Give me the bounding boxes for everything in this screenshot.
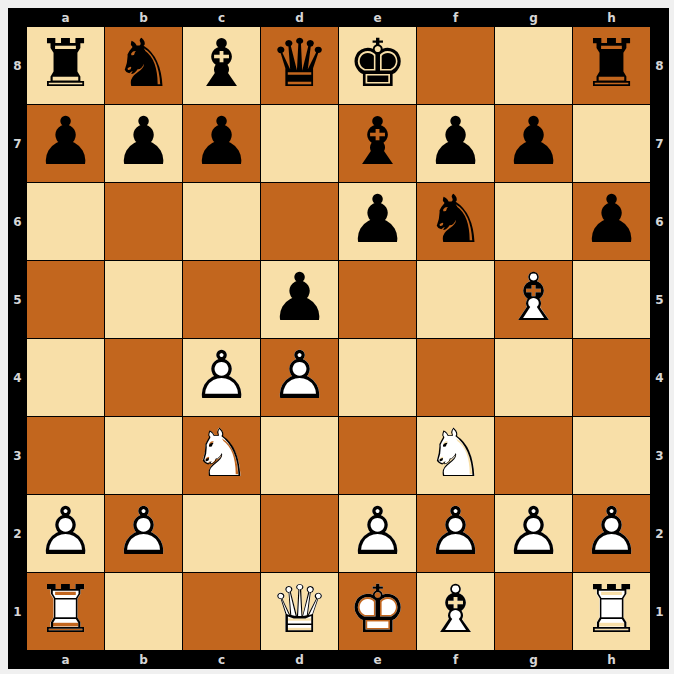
piece-white-rook[interactable]: ♜♖ — [36, 577, 95, 643]
file-label-f: f — [417, 650, 494, 669]
piece-white-pawn[interactable]: ♟♙ — [504, 499, 563, 565]
square-c8[interactable]: ♝ — [183, 27, 260, 104]
file-label-e: e — [339, 650, 416, 669]
rank-label-6: 6 — [650, 183, 669, 260]
square-e1[interactable]: ♚♔ — [339, 573, 416, 650]
piece-fill-glyph: ♝ — [348, 109, 407, 175]
piece-fill-glyph: ♟ — [114, 109, 173, 175]
piece-fill-glyph: ♟ — [426, 109, 485, 175]
piece-black-bishop[interactable]: ♝ — [348, 109, 407, 175]
piece-white-knight[interactable]: ♞♘ — [192, 421, 251, 487]
piece-black-pawn[interactable]: ♟ — [36, 109, 95, 175]
square-e8[interactable]: ♚ — [339, 27, 416, 104]
square-d8[interactable]: ♛ — [261, 27, 338, 104]
square-c3[interactable]: ♞♘ — [183, 417, 260, 494]
piece-white-pawn[interactable]: ♟♙ — [582, 499, 641, 565]
square-c6[interactable] — [183, 183, 260, 260]
square-e4[interactable] — [339, 339, 416, 416]
piece-outline-glyph: ♙ — [114, 499, 173, 565]
piece-black-knight[interactable]: ♞ — [114, 31, 173, 97]
square-g6[interactable] — [495, 183, 572, 260]
square-g1[interactable] — [495, 573, 572, 650]
piece-fill-glyph: ♟ — [348, 187, 407, 253]
rank-label-5: 5 — [650, 261, 669, 338]
frame-corner-bottom-left — [8, 650, 27, 669]
piece-outline-glyph: ♙ — [504, 499, 563, 565]
piece-fill-glyph: ♜ — [36, 31, 95, 97]
rank-label-4: 4 — [8, 339, 27, 416]
piece-white-pawn[interactable]: ♟♙ — [348, 499, 407, 565]
square-g8[interactable] — [495, 27, 572, 104]
square-d6[interactable] — [261, 183, 338, 260]
square-b6[interactable] — [105, 183, 182, 260]
square-d7[interactable] — [261, 105, 338, 182]
square-a8[interactable]: ♜ — [27, 27, 104, 104]
piece-fill-glyph: ♟ — [192, 109, 251, 175]
square-e5[interactable] — [339, 261, 416, 338]
rank-label-7: 7 — [650, 105, 669, 182]
piece-white-bishop[interactable]: ♝♗ — [426, 577, 485, 643]
rank-label-2: 2 — [650, 495, 669, 572]
piece-black-pawn[interactable]: ♟ — [582, 187, 641, 253]
piece-black-knight[interactable]: ♞ — [426, 187, 485, 253]
piece-fill-glyph: ♟ — [582, 187, 641, 253]
rank-label-8: 8 — [8, 27, 27, 104]
piece-white-pawn[interactable]: ♟♙ — [426, 499, 485, 565]
square-h7[interactable] — [573, 105, 650, 182]
piece-black-rook[interactable]: ♜ — [36, 31, 95, 97]
piece-black-pawn[interactable]: ♟ — [114, 109, 173, 175]
piece-black-pawn[interactable]: ♟ — [348, 187, 407, 253]
piece-outline-glyph: ♙ — [582, 499, 641, 565]
piece-white-pawn[interactable]: ♟♙ — [270, 343, 329, 409]
file-label-d: d — [261, 650, 338, 669]
square-g3[interactable] — [495, 417, 572, 494]
file-label-h: h — [573, 650, 650, 669]
piece-fill-glyph: ♟ — [270, 265, 329, 331]
square-e3[interactable] — [339, 417, 416, 494]
rank-label-6: 6 — [8, 183, 27, 260]
piece-black-pawn[interactable]: ♟ — [504, 109, 563, 175]
piece-outline-glyph: ♘ — [426, 421, 485, 487]
rank-label-1: 1 — [650, 573, 669, 650]
piece-outline-glyph: ♕ — [270, 577, 329, 643]
square-e6[interactable]: ♟ — [339, 183, 416, 260]
piece-white-pawn[interactable]: ♟♙ — [114, 499, 173, 565]
file-label-f: f — [417, 8, 494, 27]
piece-fill-glyph: ♚ — [348, 31, 407, 97]
square-b2[interactable]: ♟♙ — [105, 495, 182, 572]
piece-fill-glyph: ♟ — [504, 109, 563, 175]
square-f8[interactable] — [417, 27, 494, 104]
chess-board-frame: abcdefgh 87654321 ♜♞♝♛♚♜♟♟♟♝♟♟♟♞♟♟♝♗♟♙♟♙… — [8, 8, 669, 669]
square-a6[interactable] — [27, 183, 104, 260]
piece-black-king[interactable]: ♚ — [348, 31, 407, 97]
square-f1[interactable]: ♝♗ — [417, 573, 494, 650]
rank-label-8: 8 — [650, 27, 669, 104]
piece-fill-glyph: ♞ — [426, 187, 485, 253]
file-label-g: g — [495, 8, 572, 27]
piece-outline-glyph: ♔ — [348, 577, 407, 643]
file-label-g: g — [495, 650, 572, 669]
square-c4[interactable]: ♟♙ — [183, 339, 260, 416]
piece-outline-glyph: ♙ — [192, 343, 251, 409]
square-g7[interactable]: ♟ — [495, 105, 572, 182]
square-h8[interactable]: ♜ — [573, 27, 650, 104]
piece-black-rook[interactable]: ♜ — [582, 31, 641, 97]
piece-outline-glyph: ♗ — [426, 577, 485, 643]
piece-fill-glyph: ♟ — [36, 109, 95, 175]
chess-board: ♜♞♝♛♚♜♟♟♟♝♟♟♟♞♟♟♝♗♟♙♟♙♞♘♞♘♟♙♟♙♟♙♟♙♟♙♟♙♜♖… — [27, 27, 650, 650]
rank-label-2: 2 — [8, 495, 27, 572]
piece-white-rook[interactable]: ♜♖ — [582, 577, 641, 643]
square-h5[interactable] — [573, 261, 650, 338]
square-f5[interactable] — [417, 261, 494, 338]
rank-label-4: 4 — [650, 339, 669, 416]
square-b5[interactable] — [105, 261, 182, 338]
rank-labels-left: 87654321 — [8, 27, 27, 650]
piece-outline-glyph: ♙ — [348, 499, 407, 565]
square-d5[interactable]: ♟ — [261, 261, 338, 338]
square-d4[interactable]: ♟♙ — [261, 339, 338, 416]
square-a2[interactable]: ♟♙ — [27, 495, 104, 572]
piece-white-pawn[interactable]: ♟♙ — [192, 343, 251, 409]
piece-outline-glyph: ♙ — [426, 499, 485, 565]
square-f3[interactable]: ♞♘ — [417, 417, 494, 494]
piece-white-queen[interactable]: ♛♕ — [270, 577, 329, 643]
piece-white-pawn[interactable]: ♟♙ — [36, 499, 95, 565]
piece-outline-glyph: ♗ — [504, 265, 563, 331]
file-labels-bottom: abcdefgh — [27, 650, 650, 669]
square-c7[interactable]: ♟ — [183, 105, 260, 182]
square-g2[interactable]: ♟♙ — [495, 495, 572, 572]
file-label-c: c — [183, 650, 260, 669]
square-a7[interactable]: ♟ — [27, 105, 104, 182]
piece-black-bishop[interactable]: ♝ — [192, 31, 251, 97]
piece-fill-glyph: ♝ — [192, 31, 251, 97]
square-b7[interactable]: ♟ — [105, 105, 182, 182]
square-b8[interactable]: ♞ — [105, 27, 182, 104]
rank-labels-right: 87654321 — [650, 27, 669, 650]
rank-label-5: 5 — [8, 261, 27, 338]
frame-corner-top-left — [8, 8, 27, 27]
square-a3[interactable] — [27, 417, 104, 494]
square-c1[interactable] — [183, 573, 260, 650]
page: abcdefgh 87654321 ♜♞♝♛♚♜♟♟♟♝♟♟♟♞♟♟♝♗♟♙♟♙… — [0, 0, 674, 674]
file-label-b: b — [105, 650, 182, 669]
piece-black-pawn[interactable]: ♟ — [192, 109, 251, 175]
piece-fill-glyph: ♞ — [114, 31, 173, 97]
piece-black-pawn[interactable]: ♟ — [270, 265, 329, 331]
piece-outline-glyph: ♙ — [270, 343, 329, 409]
square-b4[interactable] — [105, 339, 182, 416]
piece-outline-glyph: ♖ — [582, 577, 641, 643]
frame-corner-top-right — [650, 8, 669, 27]
square-h2[interactable]: ♟♙ — [573, 495, 650, 572]
square-g4[interactable] — [495, 339, 572, 416]
piece-black-queen[interactable]: ♛ — [270, 31, 329, 97]
piece-white-knight[interactable]: ♞♘ — [426, 421, 485, 487]
square-h1[interactable]: ♜♖ — [573, 573, 650, 650]
piece-white-king[interactable]: ♚♔ — [348, 577, 407, 643]
frame-corner-bottom-right — [650, 650, 669, 669]
square-f2[interactable]: ♟♙ — [417, 495, 494, 572]
square-a1[interactable]: ♜♖ — [27, 573, 104, 650]
rank-label-7: 7 — [8, 105, 27, 182]
square-f6[interactable]: ♞ — [417, 183, 494, 260]
piece-outline-glyph: ♘ — [192, 421, 251, 487]
square-f4[interactable] — [417, 339, 494, 416]
square-d1[interactable]: ♛♕ — [261, 573, 338, 650]
rank-label-1: 1 — [8, 573, 27, 650]
square-h4[interactable] — [573, 339, 650, 416]
square-g5[interactable]: ♝♗ — [495, 261, 572, 338]
piece-white-bishop[interactable]: ♝♗ — [504, 265, 563, 331]
rank-label-3: 3 — [650, 417, 669, 494]
square-a5[interactable] — [27, 261, 104, 338]
square-b3[interactable] — [105, 417, 182, 494]
square-a4[interactable] — [27, 339, 104, 416]
piece-black-pawn[interactable]: ♟ — [426, 109, 485, 175]
square-f7[interactable]: ♟ — [417, 105, 494, 182]
piece-fill-glyph: ♜ — [582, 31, 641, 97]
piece-outline-glyph: ♖ — [36, 577, 95, 643]
square-h6[interactable]: ♟ — [573, 183, 650, 260]
square-b1[interactable] — [105, 573, 182, 650]
square-d3[interactable] — [261, 417, 338, 494]
square-h3[interactable] — [573, 417, 650, 494]
piece-fill-glyph: ♛ — [270, 31, 329, 97]
square-e7[interactable]: ♝ — [339, 105, 416, 182]
square-c5[interactable] — [183, 261, 260, 338]
file-label-a: a — [27, 650, 104, 669]
square-c2[interactable] — [183, 495, 260, 572]
square-e2[interactable]: ♟♙ — [339, 495, 416, 572]
piece-outline-glyph: ♙ — [36, 499, 95, 565]
square-d2[interactable] — [261, 495, 338, 572]
rank-label-3: 3 — [8, 417, 27, 494]
